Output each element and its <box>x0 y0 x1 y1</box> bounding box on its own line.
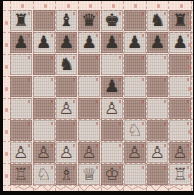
square-f5[interactable] <box>124 76 146 97</box>
piece-white-queen: ♕ <box>82 166 97 183</box>
square-f8[interactable] <box>124 10 146 31</box>
piece-black-rook: ♜ <box>13 12 28 29</box>
square-d8[interactable]: ♛ <box>78 10 100 31</box>
piece-white-pawn: ♙ <box>59 144 74 161</box>
square-a6[interactable] <box>10 54 32 75</box>
piece-white-bishop: ♗ <box>59 166 74 183</box>
piece-black-pawn: ♟ <box>104 34 119 51</box>
selvage-margin-mark <box>157 4 160 8</box>
piece-black-rook: ♜ <box>173 12 188 29</box>
square-g7[interactable]: ♟ <box>147 32 169 53</box>
square-e3[interactable] <box>101 120 123 141</box>
square-b6[interactable] <box>33 54 55 75</box>
piece-white-pawn: ♙ <box>36 144 51 161</box>
piece-white-rook: ♖ <box>173 166 188 183</box>
square-b2[interactable]: ♙ <box>33 142 55 163</box>
square-f3[interactable]: ♘ <box>124 120 146 141</box>
square-e2[interactable] <box>101 142 123 163</box>
square-c1[interactable]: ♗ <box>56 164 78 185</box>
square-c2[interactable]: ♙ <box>56 142 78 163</box>
square-g2[interactable]: ♙ <box>147 142 169 163</box>
square-g4[interactable] <box>147 98 169 119</box>
square-e7[interactable]: ♟ <box>101 32 123 53</box>
square-a8[interactable]: ♜ <box>10 10 32 31</box>
piece-white-pawn: ♙ <box>13 144 28 161</box>
piece-black-pawn: ♟ <box>59 34 74 51</box>
square-b8[interactable] <box>33 10 55 31</box>
selvage-margin-mark <box>44 4 47 8</box>
square-h7[interactable]: ♟ <box>169 32 191 53</box>
square-g6[interactable] <box>147 54 169 75</box>
piece-white-rook: ♖ <box>13 166 28 183</box>
square-h1[interactable]: ♖ <box>169 164 191 185</box>
selvage-margin-mark <box>21 4 24 8</box>
selvage-margin-mark <box>5 152 8 156</box>
selvage-margin-mark <box>5 87 8 91</box>
square-a4[interactable] <box>10 98 32 119</box>
square-b5[interactable] <box>33 76 55 97</box>
square-e5[interactable]: ♟ <box>101 76 123 97</box>
square-b7[interactable]: ♟ <box>33 32 55 53</box>
piece-white-knight: ♘ <box>36 166 51 183</box>
square-a2[interactable]: ♙ <box>10 142 32 163</box>
perforation-mark <box>191 1 192 191</box>
square-c4[interactable]: ♙ <box>56 98 78 119</box>
square-e6[interactable] <box>101 54 123 75</box>
piece-white-pawn: ♙ <box>59 100 74 117</box>
piece-white-king: ♔ <box>104 166 119 183</box>
square-e4[interactable]: ♙ <box>101 98 123 119</box>
selvage-margin-mark <box>5 21 8 25</box>
square-g5[interactable] <box>147 76 169 97</box>
square-c7[interactable]: ♟ <box>56 32 78 53</box>
square-d4[interactable] <box>78 98 100 119</box>
square-d6[interactable] <box>78 54 100 75</box>
selvage-margin-mark <box>5 43 8 47</box>
square-h6[interactable] <box>169 54 191 75</box>
square-a3[interactable] <box>10 120 32 141</box>
square-c3[interactable] <box>56 120 78 141</box>
square-c8[interactable]: ♝ <box>56 10 78 31</box>
square-d2[interactable]: ♙ <box>78 142 100 163</box>
selvage-margin-mark <box>89 4 92 8</box>
square-c5[interactable] <box>56 76 78 97</box>
piece-black-knight: ♞ <box>59 56 74 73</box>
piece-white-knight: ♘ <box>127 122 142 139</box>
piece-black-pawn: ♟ <box>36 34 51 51</box>
square-f1[interactable] <box>124 164 146 185</box>
square-a7[interactable]: ♟ <box>10 32 32 53</box>
piece-black-pawn: ♟ <box>13 34 28 51</box>
margin-inscription-squiggle <box>13 184 187 191</box>
chess-board: ♜♝♛♚♞♜♟♟♟♟♟♟♟♟♞♟♙♙♘♙♙♙♙♙♙♙♖♘♗♕♔♖ <box>10 10 191 185</box>
square-g3[interactable] <box>147 120 169 141</box>
piece-black-pawn: ♟ <box>173 34 188 51</box>
square-d5[interactable] <box>78 76 100 97</box>
square-a1[interactable]: ♖ <box>10 164 32 185</box>
selvage-margin-mark <box>5 65 8 69</box>
square-a5[interactable] <box>10 76 32 97</box>
piece-black-pawn: ♟ <box>82 34 97 51</box>
selvage-margin-mark <box>180 4 183 8</box>
square-h8[interactable]: ♜ <box>169 10 191 31</box>
piece-black-pawn: ♟ <box>104 78 119 95</box>
square-h5[interactable] <box>169 76 191 97</box>
square-b4[interactable] <box>33 98 55 119</box>
selvage-margin-mark <box>5 174 8 178</box>
piece-black-pawn: ♟ <box>127 34 142 51</box>
piece-black-knight: ♞ <box>150 12 165 29</box>
selvage-margin-mark <box>134 4 137 8</box>
piece-white-pawn: ♙ <box>127 144 142 161</box>
square-h2[interactable]: ♙ <box>169 142 191 163</box>
piece-white-pawn: ♙ <box>82 144 97 161</box>
stamp-sheet-selvage: ♜♝♛♚♞♜♟♟♟♟♟♟♟♟♞♟♙♙♘♙♙♙♙♙♙♙♖♘♗♕♔♖ <box>3 1 193 191</box>
square-g8[interactable]: ♞ <box>147 10 169 31</box>
square-c6[interactable]: ♞ <box>56 54 78 75</box>
square-d7[interactable]: ♟ <box>78 32 100 53</box>
square-h3[interactable] <box>169 120 191 141</box>
selvage-margin-mark <box>5 130 8 134</box>
selvage-margin-mark <box>5 108 8 112</box>
square-b1[interactable]: ♘ <box>33 164 55 185</box>
square-e1[interactable]: ♔ <box>101 164 123 185</box>
piece-white-pawn: ♙ <box>150 144 165 161</box>
photo-of-stamp-sheet-chessboard: { "game": "chess", "artifact": "chessboa… <box>0 0 194 195</box>
piece-black-king: ♚ <box>104 12 119 29</box>
square-f7[interactable]: ♟ <box>124 32 146 53</box>
square-d1[interactable]: ♕ <box>78 164 100 185</box>
square-e8[interactable]: ♚ <box>101 10 123 31</box>
square-f4[interactable] <box>124 98 146 119</box>
piece-black-queen: ♛ <box>82 12 97 29</box>
selvage-margin-mark <box>112 4 115 8</box>
piece-white-pawn: ♙ <box>173 144 188 161</box>
square-f2[interactable]: ♙ <box>124 142 146 163</box>
piece-white-pawn: ♙ <box>104 100 119 117</box>
square-h4[interactable] <box>169 98 191 119</box>
piece-black-pawn: ♟ <box>150 34 165 51</box>
piece-black-bishop: ♝ <box>59 12 74 29</box>
square-g1[interactable] <box>147 164 169 185</box>
square-d3[interactable] <box>78 120 100 141</box>
square-b3[interactable] <box>33 120 55 141</box>
square-f6[interactable] <box>124 54 146 75</box>
selvage-margin-mark <box>67 4 70 8</box>
